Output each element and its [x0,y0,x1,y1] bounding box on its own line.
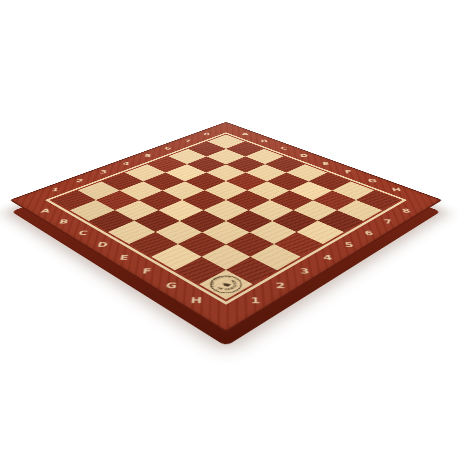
board-top-face: ABCDEFGH ABCDEFGH 87654321 87654321 THE … [10,122,443,332]
board-3d-scene: ABCDEFGH ABCDEFGH 87654321 87654321 THE … [0,0,458,458]
chess-board: ABCDEFGH ABCDEFGH 87654321 87654321 THE … [10,122,443,332]
chessboard-product-photo: ABCDEFGH ABCDEFGH 87654321 87654321 THE … [0,0,458,458]
